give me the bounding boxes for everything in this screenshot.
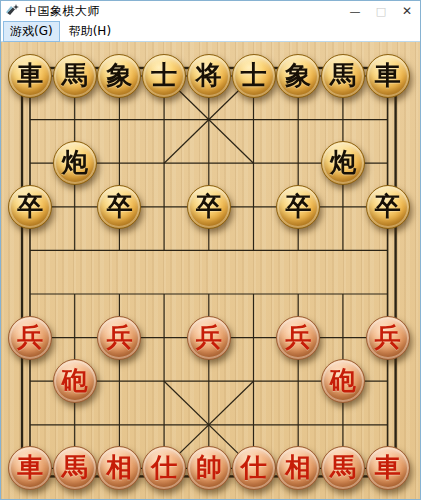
piece-label: 卒 (196, 193, 222, 219)
piece-black-r0c4[interactable]: 将 (187, 54, 231, 98)
piece-red-r6c8[interactable]: 兵 (366, 316, 410, 360)
piece-black-r0c2[interactable]: 象 (97, 54, 141, 98)
piece-label: 兵 (375, 324, 401, 350)
piece-label: 馬 (330, 62, 356, 88)
piece-label: 砲 (62, 367, 88, 393)
piece-red-r6c2[interactable]: 兵 (97, 316, 141, 360)
piece-black-r0c3[interactable]: 士 (142, 54, 186, 98)
piece-red-r9c6[interactable]: 相 (276, 446, 320, 490)
piece-black-r2c7[interactable]: 炮 (321, 141, 365, 185)
piece-label: 卒 (375, 193, 401, 219)
piece-label: 兵 (285, 324, 311, 350)
piece-red-r6c6[interactable]: 兵 (276, 316, 320, 360)
piece-label: 帥 (196, 454, 222, 480)
piece-label: 士 (241, 62, 267, 88)
board-grid (1, 42, 420, 499)
piece-black-r0c6[interactable]: 象 (276, 54, 320, 98)
piece-black-r3c4[interactable]: 卒 (187, 185, 231, 229)
piece-label: 仕 (241, 454, 267, 480)
piece-black-r3c0[interactable]: 卒 (8, 185, 52, 229)
piece-label: 兵 (196, 324, 222, 350)
piece-label: 卒 (17, 193, 43, 219)
piece-label: 車 (375, 62, 401, 88)
piece-label: 相 (285, 454, 311, 480)
piece-red-r9c2[interactable]: 相 (97, 446, 141, 490)
piece-black-r3c8[interactable]: 卒 (366, 185, 410, 229)
piece-label: 士 (151, 62, 177, 88)
piece-black-r0c8[interactable]: 車 (366, 54, 410, 98)
menu-bar: 游戏(G) 帮助(H) (1, 21, 420, 42)
piece-red-r6c0[interactable]: 兵 (8, 316, 52, 360)
piece-red-r9c8[interactable]: 車 (366, 446, 410, 490)
piece-label: 兵 (106, 324, 132, 350)
title-bar: 中国象棋大师 — □ ✕ (1, 1, 420, 21)
piece-label: 砲 (330, 367, 356, 393)
piece-red-r6c4[interactable]: 兵 (187, 316, 231, 360)
piece-label: 車 (17, 454, 43, 480)
piece-label: 兵 (17, 324, 43, 350)
piece-label: 将 (196, 62, 222, 88)
piece-red-r9c5[interactable]: 仕 (232, 446, 276, 490)
piece-label: 馬 (62, 454, 88, 480)
piece-label: 卒 (106, 193, 132, 219)
piece-label: 仕 (151, 454, 177, 480)
piece-red-r9c3[interactable]: 仕 (142, 446, 186, 490)
piece-label: 車 (375, 454, 401, 480)
piece-label: 炮 (330, 149, 356, 175)
maximize-button-icon: □ (368, 1, 394, 21)
piece-red-r7c7[interactable]: 砲 (321, 359, 365, 403)
piece-red-r9c1[interactable]: 馬 (53, 446, 97, 490)
piece-red-r9c7[interactable]: 馬 (321, 446, 365, 490)
piece-label: 象 (285, 62, 311, 88)
piece-black-r2c1[interactable]: 炮 (53, 141, 97, 185)
piece-red-r9c4[interactable]: 帥 (187, 446, 231, 490)
minimize-button-icon[interactable]: — (342, 1, 368, 21)
menu-item-game[interactable]: 游戏(G) (3, 21, 60, 42)
piece-black-r3c2[interactable]: 卒 (97, 185, 141, 229)
xiangqi-board[interactable]: 車馬象士将士象馬車炮炮卒卒卒卒卒兵兵兵兵兵砲砲車馬相仕帥仕相馬車 (1, 42, 420, 499)
app-window: 中国象棋大师 — □ ✕ 游戏(G) 帮助(H) 車馬象士将士象馬車炮炮卒卒卒卒… (0, 0, 421, 500)
app-icon (5, 4, 19, 18)
close-button-icon[interactable]: ✕ (394, 1, 420, 21)
window-controls: — □ ✕ (342, 1, 420, 21)
piece-black-r0c7[interactable]: 馬 (321, 54, 365, 98)
piece-label: 車 (17, 62, 43, 88)
piece-red-r9c0[interactable]: 車 (8, 446, 52, 490)
piece-label: 炮 (62, 149, 88, 175)
piece-label: 象 (106, 62, 132, 88)
piece-black-r0c5[interactable]: 士 (232, 54, 276, 98)
piece-black-r0c0[interactable]: 車 (8, 54, 52, 98)
piece-black-r0c1[interactable]: 馬 (53, 54, 97, 98)
piece-label: 卒 (285, 193, 311, 219)
piece-red-r7c1[interactable]: 砲 (53, 359, 97, 403)
menu-item-help[interactable]: 帮助(H) (62, 21, 118, 42)
piece-label: 馬 (62, 62, 88, 88)
piece-label: 馬 (330, 454, 356, 480)
piece-label: 相 (106, 454, 132, 480)
window-title: 中国象棋大师 (23, 3, 342, 20)
piece-black-r3c6[interactable]: 卒 (276, 185, 320, 229)
